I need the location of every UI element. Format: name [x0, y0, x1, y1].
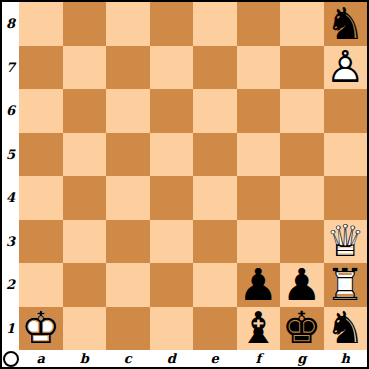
square-f3[interactable] [237, 220, 281, 264]
square-b8[interactable] [63, 2, 107, 46]
square-d2[interactable] [150, 263, 194, 307]
piece-black-bishop-f1-icon[interactable]: ♝︎ [237, 307, 281, 351]
square-e6[interactable] [193, 89, 237, 133]
square-d1[interactable] [150, 307, 194, 351]
square-b7[interactable] [63, 46, 107, 90]
square-c1[interactable] [106, 307, 150, 351]
piece-white-king-a1-icon[interactable]: ♚︎♔︎ [19, 307, 63, 351]
file-label-d: d [150, 350, 194, 367]
square-a1[interactable]: ♚︎♔︎ [19, 307, 63, 351]
file-label-f: f [237, 350, 281, 367]
square-d3[interactable] [150, 220, 194, 264]
rank-label-2: 2 [2, 263, 19, 307]
rank-label-1: 1 [2, 307, 19, 351]
square-d7[interactable] [150, 46, 194, 90]
square-b1[interactable] [63, 307, 107, 351]
piece-white-pawn-h7-icon[interactable]: ♟︎♙︎ [324, 46, 368, 90]
square-h6[interactable] [324, 89, 368, 133]
square-a2[interactable] [19, 263, 63, 307]
piece-black-knight-h8-icon[interactable]: ♞︎ [324, 2, 368, 46]
square-g2[interactable]: ♟︎ [280, 263, 324, 307]
rank-label-8: 8 [2, 2, 19, 46]
square-f5[interactable] [237, 133, 281, 177]
square-g6[interactable] [280, 89, 324, 133]
square-h8[interactable]: ♞︎ [324, 2, 368, 46]
square-c8[interactable] [106, 2, 150, 46]
file-label-b: b [63, 350, 107, 367]
square-d6[interactable] [150, 89, 194, 133]
square-a4[interactable] [19, 176, 63, 220]
square-c4[interactable] [106, 176, 150, 220]
rank-label-5: 5 [2, 133, 19, 177]
square-f1[interactable]: ♝︎ [237, 307, 281, 351]
square-c5[interactable] [106, 133, 150, 177]
square-c3[interactable] [106, 220, 150, 264]
square-e2[interactable] [193, 263, 237, 307]
square-e5[interactable] [193, 133, 237, 177]
square-h1[interactable]: ♞︎ [324, 307, 368, 351]
piece-black-knight-h1-icon[interactable]: ♞︎ [324, 307, 368, 351]
square-f6[interactable] [237, 89, 281, 133]
square-d5[interactable] [150, 133, 194, 177]
corner-cell [2, 350, 19, 367]
square-e1[interactable] [193, 307, 237, 351]
square-f2[interactable]: ♟︎ [237, 263, 281, 307]
chess-diagram: 8♞︎7♟︎♙︎6543♛︎♕︎2♟︎♟︎♜︎♖︎1♚︎♔︎♝︎♚︎♞︎abcd… [0, 0, 369, 369]
rank-label-3: 3 [2, 220, 19, 264]
chess-board: 8♞︎7♟︎♙︎6543♛︎♕︎2♟︎♟︎♜︎♖︎1♚︎♔︎♝︎♚︎♞︎abcd… [2, 2, 367, 367]
square-a3[interactable] [19, 220, 63, 264]
square-e3[interactable] [193, 220, 237, 264]
file-label-e: e [193, 350, 237, 367]
square-e8[interactable] [193, 2, 237, 46]
square-f8[interactable] [237, 2, 281, 46]
file-label-a: a [19, 350, 63, 367]
square-h3[interactable]: ♛︎♕︎ [324, 220, 368, 264]
piece-black-pawn-g2-icon[interactable]: ♟︎ [280, 263, 324, 307]
rank-label-7: 7 [2, 46, 19, 90]
square-a6[interactable] [19, 89, 63, 133]
square-a7[interactable] [19, 46, 63, 90]
piece-black-pawn-f2-icon[interactable]: ♟︎ [237, 263, 281, 307]
square-h2[interactable]: ♜︎♖︎ [324, 263, 368, 307]
square-b6[interactable] [63, 89, 107, 133]
square-g4[interactable] [280, 176, 324, 220]
square-b5[interactable] [63, 133, 107, 177]
square-f7[interactable] [237, 46, 281, 90]
square-e4[interactable] [193, 176, 237, 220]
square-g3[interactable] [280, 220, 324, 264]
square-h7[interactable]: ♟︎♙︎ [324, 46, 368, 90]
file-label-g: g [280, 350, 324, 367]
square-h4[interactable] [324, 176, 368, 220]
file-label-h: h [324, 350, 368, 367]
square-a8[interactable] [19, 2, 63, 46]
square-d8[interactable] [150, 2, 194, 46]
square-g1[interactable]: ♚︎ [280, 307, 324, 351]
file-label-c: c [106, 350, 150, 367]
white-to-move-indicator-icon [3, 351, 19, 367]
square-b4[interactable] [63, 176, 107, 220]
square-c2[interactable] [106, 263, 150, 307]
piece-white-queen-h3-icon[interactable]: ♛︎♕︎ [324, 220, 368, 264]
rank-label-4: 4 [2, 176, 19, 220]
square-c7[interactable] [106, 46, 150, 90]
piece-white-rook-h2-icon[interactable]: ♜︎♖︎ [324, 263, 368, 307]
square-d4[interactable] [150, 176, 194, 220]
square-a5[interactable] [19, 133, 63, 177]
piece-black-king-g1-icon[interactable]: ♚︎ [280, 307, 324, 351]
square-h5[interactable] [324, 133, 368, 177]
square-c6[interactable] [106, 89, 150, 133]
square-g8[interactable] [280, 2, 324, 46]
square-f4[interactable] [237, 176, 281, 220]
square-b3[interactable] [63, 220, 107, 264]
square-g5[interactable] [280, 133, 324, 177]
square-g7[interactable] [280, 46, 324, 90]
rank-label-6: 6 [2, 89, 19, 133]
square-e7[interactable] [193, 46, 237, 90]
square-b2[interactable] [63, 263, 107, 307]
